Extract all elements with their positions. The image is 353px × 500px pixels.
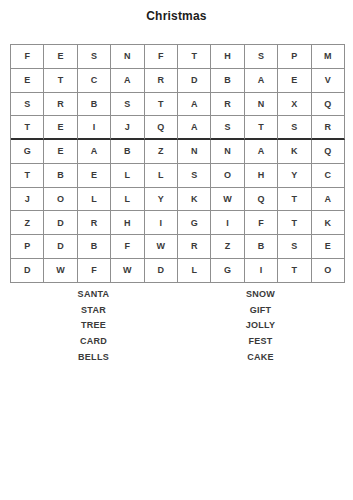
- grid-cell-r2c1[interactable]: E: [11, 69, 44, 93]
- grid-cell-r4c4[interactable]: J: [111, 116, 144, 140]
- grid-cell-r6c8[interactable]: H: [245, 164, 278, 188]
- grid-cell-r10c10[interactable]: O: [312, 259, 345, 283]
- word-item-santa: SANTA: [10, 287, 177, 303]
- grid-cell-r2c9[interactable]: E: [278, 69, 311, 93]
- grid-cell-r4c6[interactable]: A: [178, 116, 211, 140]
- grid-cell-r8c2[interactable]: D: [44, 211, 77, 235]
- word-item-cake: CAKE: [177, 350, 344, 366]
- grid-cell-r10c6[interactable]: L: [178, 259, 211, 283]
- grid-cell-r3c8[interactable]: N: [245, 93, 278, 117]
- grid-cell-r10c2[interactable]: W: [44, 259, 77, 283]
- grid-cell-r1c10[interactable]: M: [312, 45, 345, 69]
- grid-cell-r10c7[interactable]: G: [211, 259, 244, 283]
- grid-cell-r6c1[interactable]: T: [11, 164, 44, 188]
- word-item-gift: GIFT: [177, 303, 344, 319]
- grid-cell-r8c7[interactable]: I: [211, 211, 244, 235]
- grid-cell-r1c4[interactable]: N: [111, 45, 144, 69]
- grid-cell-r7c10[interactable]: A: [312, 188, 345, 212]
- grid-cell-r2c3[interactable]: C: [78, 69, 111, 93]
- grid-cell-r1c6[interactable]: T: [178, 45, 211, 69]
- word-item-jolly: JOLLY: [177, 318, 344, 334]
- grid-cell-r1c7[interactable]: H: [211, 45, 244, 69]
- grid-cell-r7c8[interactable]: Q: [245, 188, 278, 212]
- grid-cell-r1c9[interactable]: P: [278, 45, 311, 69]
- grid-cell-r9c10[interactable]: E: [312, 235, 345, 259]
- grid-cell-r4c8[interactable]: T: [245, 116, 278, 140]
- grid-cell-r7c6[interactable]: K: [178, 188, 211, 212]
- word-item-snow: SNOW: [177, 287, 344, 303]
- grid-cell-r9c3[interactable]: B: [78, 235, 111, 259]
- grid-cell-r5c3[interactable]: A: [78, 140, 111, 164]
- grid-cell-r6c3[interactable]: E: [78, 164, 111, 188]
- grid-cell-r1c2[interactable]: E: [44, 45, 77, 69]
- grid-cell-r7c1[interactable]: J: [11, 188, 44, 212]
- grid-cell-r8c9[interactable]: T: [278, 211, 311, 235]
- word-item-tree: TREE: [10, 318, 177, 334]
- grid-cell-r4c10[interactable]: R: [312, 116, 345, 140]
- word-item-bells: BELLS: [10, 350, 177, 366]
- grid-cell-r1c1[interactable]: F: [11, 45, 44, 69]
- grid-cell-r5c4[interactable]: B: [111, 140, 144, 164]
- grid-cell-r4c9[interactable]: S: [278, 116, 311, 140]
- grid-cell-r8c10[interactable]: K: [312, 211, 345, 235]
- grid-cell-r2c8[interactable]: A: [245, 69, 278, 93]
- grid-cell-r9c5[interactable]: W: [145, 235, 178, 259]
- grid-cell-r9c4[interactable]: F: [111, 235, 144, 259]
- worksheet-page: Christmas FESNFTHSPMETCARDBAEVSRBSTARNXQ…: [0, 0, 353, 500]
- word-search-grid: FESNFTHSPMETCARDBAEVSRBSTARNXQTEIJQASTSR…: [10, 44, 345, 283]
- grid-cell-r6c6[interactable]: S: [178, 164, 211, 188]
- grid-cell-r3c1[interactable]: S: [11, 93, 44, 117]
- grid-cell-r1c5[interactable]: F: [145, 45, 178, 69]
- grid-cell-r7c3[interactable]: L: [78, 188, 111, 212]
- grid-cell-r3c5[interactable]: T: [145, 93, 178, 117]
- grid-cell-r8c8[interactable]: F: [245, 211, 278, 235]
- grid-cell-r4c5[interactable]: Q: [145, 116, 178, 140]
- grid-cell-r3c10[interactable]: Q: [312, 93, 345, 117]
- grid-cell-r3c9[interactable]: X: [278, 93, 311, 117]
- grid-cell-r10c8[interactable]: I: [245, 259, 278, 283]
- grid-cell-r9c8[interactable]: B: [245, 235, 278, 259]
- grid-cell-r8c1[interactable]: Z: [11, 211, 44, 235]
- grid-cell-r5c10[interactable]: Q: [312, 140, 345, 164]
- grid-cell-r4c7[interactable]: S: [211, 116, 244, 140]
- grid-cell-r7c9[interactable]: T: [278, 188, 311, 212]
- grid-cell-r10c3[interactable]: F: [78, 259, 111, 283]
- grid-cell-r5c5[interactable]: Z: [145, 140, 178, 164]
- grid-cell-r8c6[interactable]: G: [178, 211, 211, 235]
- grid-cell-r2c7[interactable]: B: [211, 69, 244, 93]
- grid-cell-r5c8[interactable]: A: [245, 140, 278, 164]
- grid-cell-r9c1[interactable]: P: [11, 235, 44, 259]
- grid-cell-r9c6[interactable]: R: [178, 235, 211, 259]
- grid-cell-r10c4[interactable]: W: [111, 259, 144, 283]
- grid-cell-r8c5[interactable]: I: [145, 211, 178, 235]
- grid-cell-r3c4[interactable]: S: [111, 93, 144, 117]
- word-list-left-column: SANTASTARTREECARDBELLS: [10, 287, 177, 365]
- grid-cell-r6c5[interactable]: L: [145, 164, 178, 188]
- word-list: SANTASTARTREECARDBELLS SNOWGIFTJOLLYFEST…: [10, 287, 344, 365]
- grid-cell-r1c3[interactable]: S: [78, 45, 111, 69]
- word-item-card: CARD: [10, 334, 177, 350]
- grid-cell-r9c2[interactable]: D: [44, 235, 77, 259]
- grid-cell-r1c8[interactable]: S: [245, 45, 278, 69]
- grid-cell-r3c3[interactable]: B: [78, 93, 111, 117]
- grid-cell-r2c5[interactable]: R: [145, 69, 178, 93]
- grid-cell-r8c4[interactable]: H: [111, 211, 144, 235]
- grid-cell-r10c9[interactable]: T: [278, 259, 311, 283]
- grid-cell-r3c7[interactable]: R: [211, 93, 244, 117]
- word-item-star: STAR: [10, 303, 177, 319]
- grid-cell-r5c9[interactable]: K: [278, 140, 311, 164]
- page-title: Christmas: [0, 9, 353, 23]
- grid-cell-r2c10[interactable]: V: [312, 69, 345, 93]
- grid-cell-r6c9[interactable]: Y: [278, 164, 311, 188]
- grid-cell-r4c1[interactable]: T: [11, 116, 44, 140]
- grid-cell-r5c7[interactable]: N: [211, 140, 244, 164]
- grid-cell-r7c2[interactable]: O: [44, 188, 77, 212]
- grid-cell-r2c2[interactable]: T: [44, 69, 77, 93]
- grid-cell-r2c4[interactable]: A: [111, 69, 144, 93]
- grid-cell-r4c2[interactable]: E: [44, 116, 77, 140]
- grid-cell-r7c7[interactable]: W: [211, 188, 244, 212]
- word-list-right-column: SNOWGIFTJOLLYFESTCAKE: [177, 287, 344, 365]
- grid-cell-r6c10[interactable]: C: [312, 164, 345, 188]
- grid-cell-r6c7[interactable]: O: [211, 164, 244, 188]
- grid-cell-r5c1[interactable]: G: [11, 140, 44, 164]
- grid-cell-r5c2[interactable]: E: [44, 140, 77, 164]
- grid-cell-r9c7[interactable]: Z: [211, 235, 244, 259]
- grid-cell-r10c5[interactable]: D: [145, 259, 178, 283]
- word-item-fest: FEST: [177, 334, 344, 350]
- grid-cell-r7c5[interactable]: Y: [145, 188, 178, 212]
- grid-cell-r6c2[interactable]: B: [44, 164, 77, 188]
- grid-cell-r4c3[interactable]: I: [78, 116, 111, 140]
- grid-cell-r9c9[interactable]: S: [278, 235, 311, 259]
- grid-cell-r6c4[interactable]: L: [111, 164, 144, 188]
- grid-cell-r7c4[interactable]: L: [111, 188, 144, 212]
- grid-cell-r8c3[interactable]: R: [78, 211, 111, 235]
- grid-cell-r2c6[interactable]: D: [178, 69, 211, 93]
- grid-cell-r5c6[interactable]: N: [178, 140, 211, 164]
- grid-cell-r10c1[interactable]: D: [11, 259, 44, 283]
- grid-cell-r3c2[interactable]: R: [44, 93, 77, 117]
- grid-cell-r3c6[interactable]: A: [178, 93, 211, 117]
